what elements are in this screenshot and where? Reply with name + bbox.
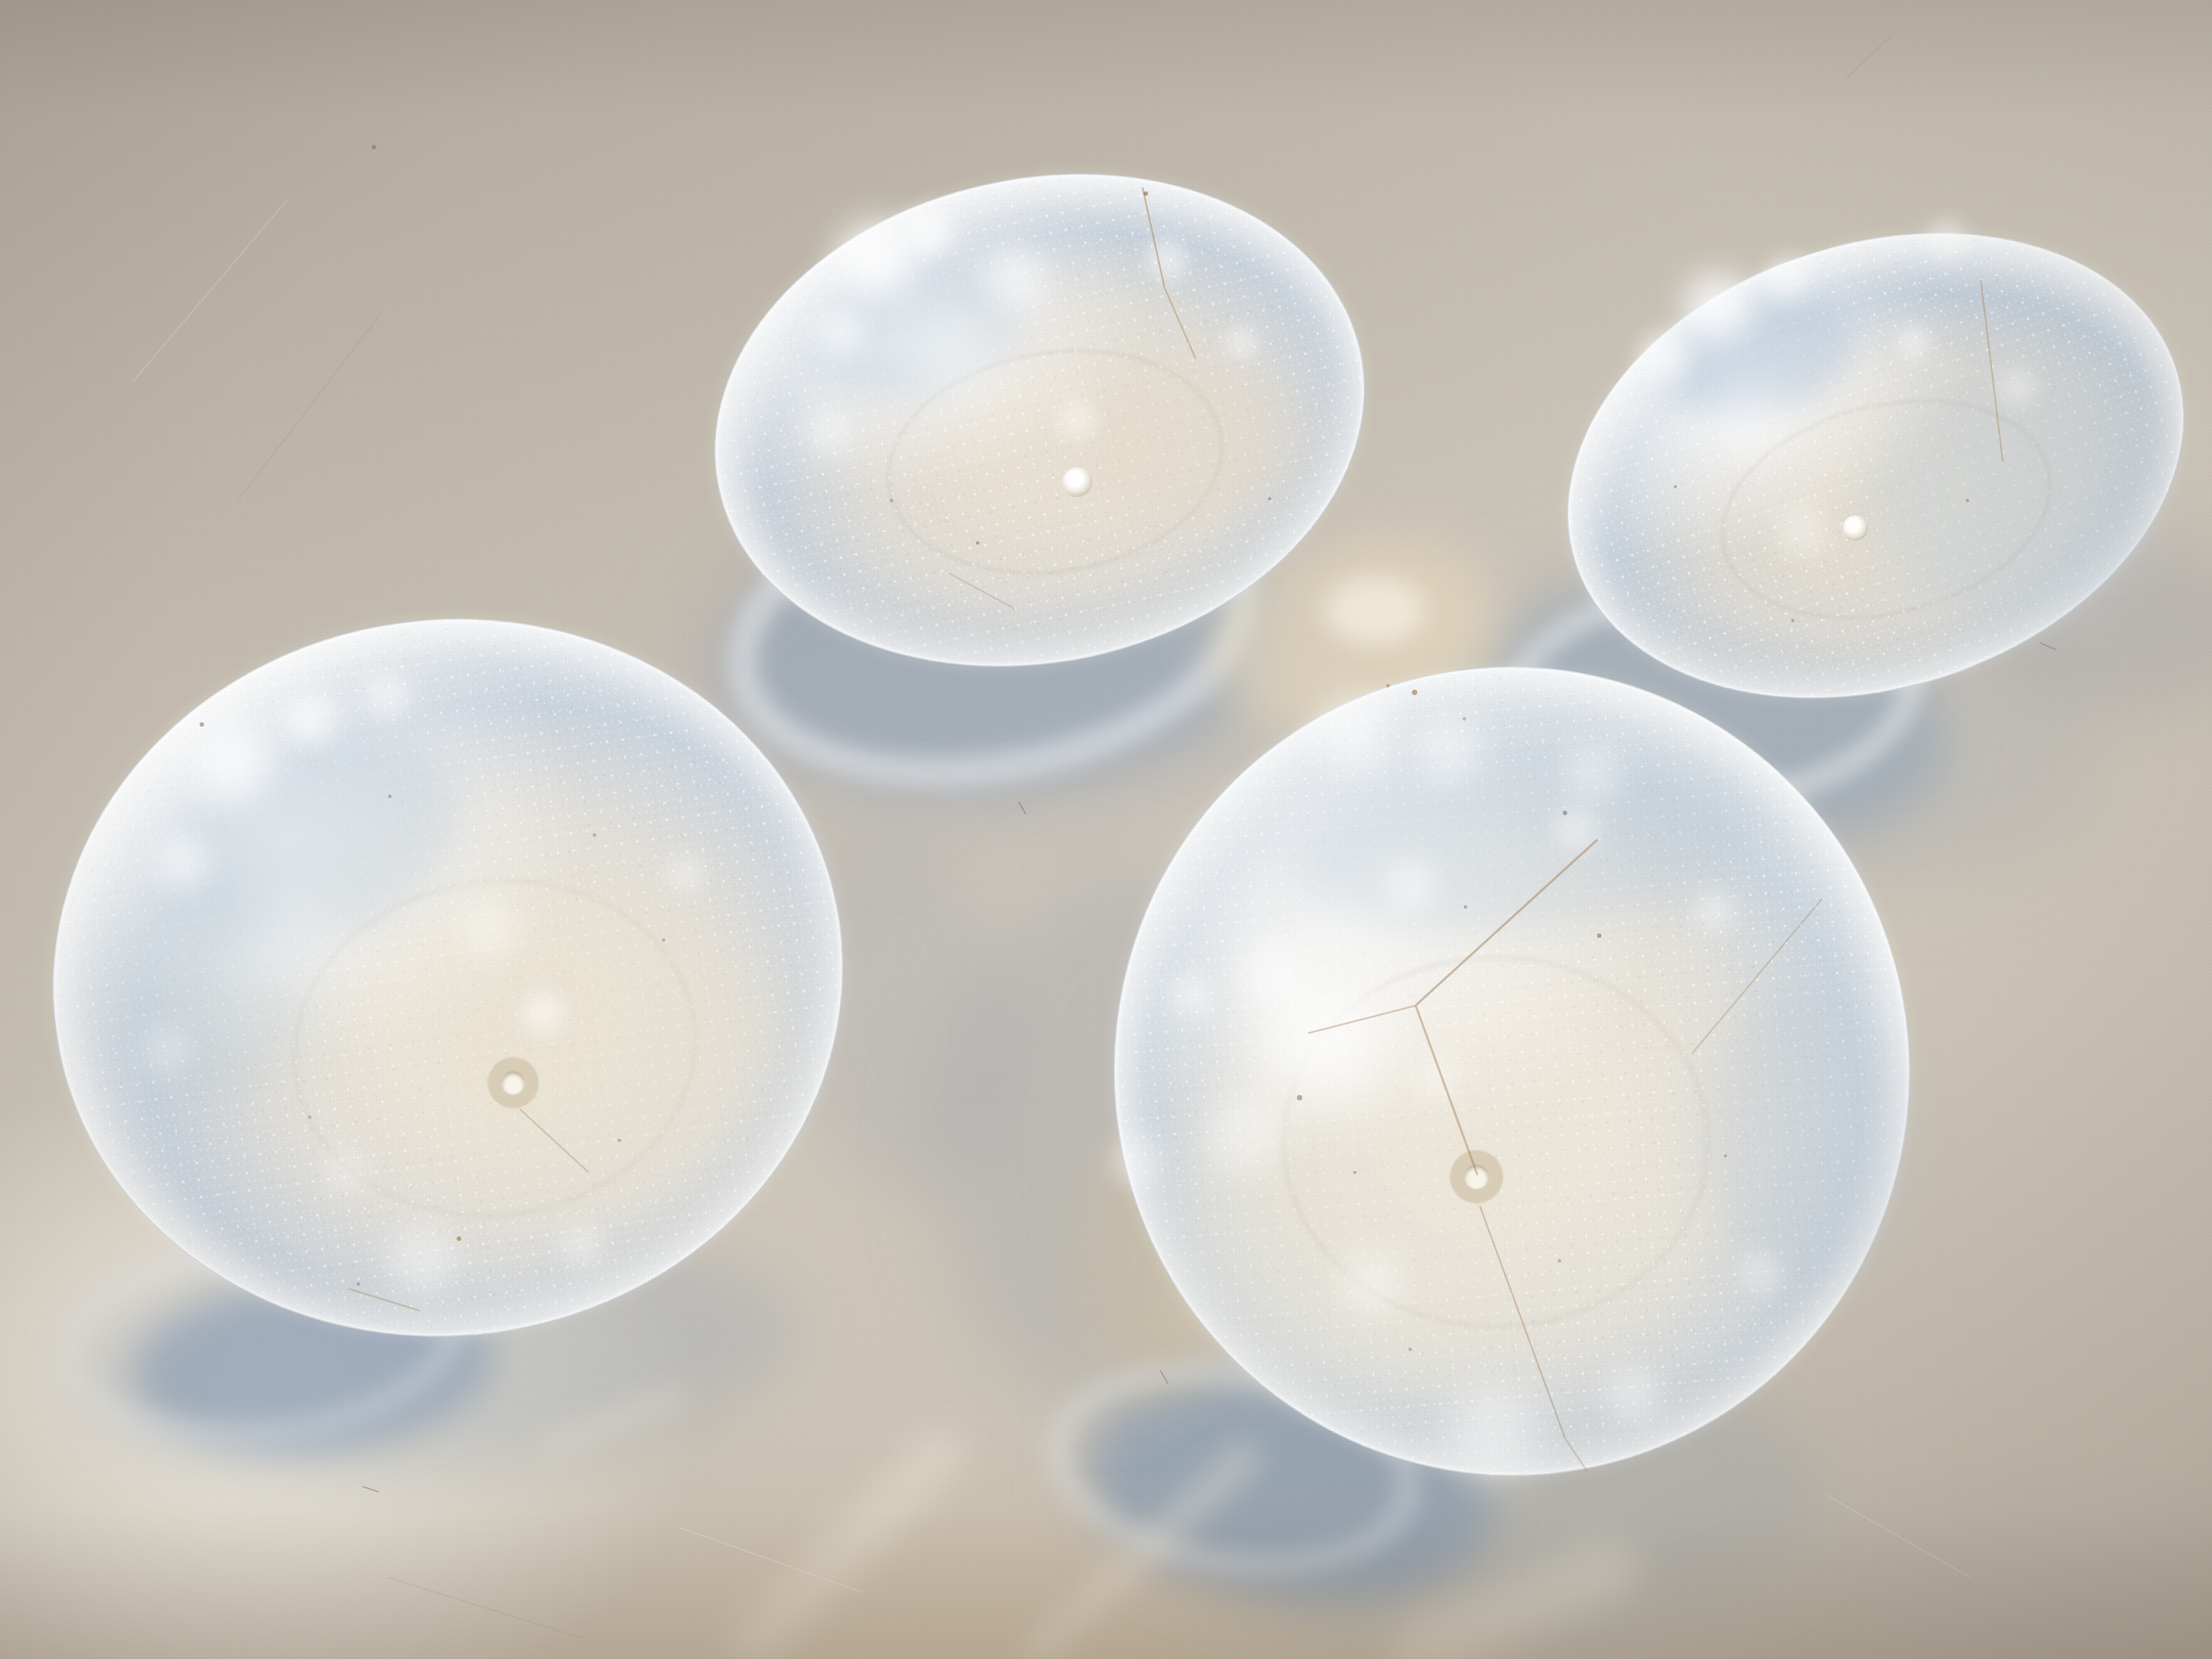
table-mark-1 <box>237 312 382 500</box>
glass-dish-top-center-spark-11 <box>1058 401 1096 439</box>
glass-dish-top-center-speck-18 <box>1268 497 1271 500</box>
glass-dish-bottom-right-hole-20 <box>1450 1150 1503 1203</box>
table-mark-6 <box>1825 1494 1970 1578</box>
glass-dish-top-center-speck-16 <box>1144 191 1148 196</box>
glass-dish-top-center-spark-8 <box>910 310 998 398</box>
glass-dish-top-right-speck-13 <box>1966 499 1969 502</box>
table-mark-12 <box>362 1486 379 1493</box>
glass-dish-top-center-dimple-12 <box>1062 467 1092 497</box>
glass-dish-top-center-speck-17 <box>976 541 979 545</box>
glass-dish-bottom-right-spark-7 <box>1385 859 1436 910</box>
glass-dish-top-right-spark-6 <box>1927 219 1966 259</box>
glass-dish-bottom-right-hole-20-inner <box>1464 1165 1489 1189</box>
glass-dish-bottom-left-spark-5 <box>284 693 335 744</box>
glass-dish-top-right-spark-8 <box>1997 367 2037 407</box>
glass-dish-bottom-left-spark-13 <box>523 993 563 1033</box>
glass-dish-bottom-left-speck-21 <box>593 833 596 837</box>
table-mark-14 <box>372 145 376 149</box>
table-light-glow-1 <box>1324 578 1424 644</box>
glass-dish-bottom-right-spark-10 <box>1338 1250 1405 1316</box>
glass-dish-top-right-speck-15 <box>1674 485 1677 488</box>
glass-dish-top-center-spark-4 <box>906 209 952 255</box>
glass-dish-bottom-right-spark-19 <box>1562 741 1623 802</box>
photograph-canvas <box>0 0 2212 1659</box>
glass-dish-bottom-left-hole-16 <box>488 1057 539 1108</box>
glass-dish-bottom-left-spark-9 <box>140 1025 191 1076</box>
glass-dish-top-center-spark-5 <box>815 306 866 357</box>
glass-dish-bottom-right-spark-11 <box>1448 1388 1538 1479</box>
glass-dish-bottom-right-speck-35 <box>1724 1154 1727 1157</box>
glass-dish-bottom-right-speck-28 <box>1386 684 1390 687</box>
glass-dish-bottom-right-spark-12 <box>1605 1367 1660 1422</box>
glass-dish-bottom-right-speck-30 <box>1563 811 1567 815</box>
glass-dish-bottom-right-spark-5 <box>1239 940 1305 1006</box>
glass-dish-bottom-right-speck-36 <box>1297 1095 1302 1100</box>
table-light-streak-0 <box>721 1420 974 1659</box>
glass-dish-bottom-left-spark-12 <box>460 901 518 959</box>
glass-dish-bottom-right-spark-6 <box>1206 1095 1283 1172</box>
glass-dish-bottom-left-spark-8 <box>237 889 338 991</box>
glass-dish-top-center-spark-7 <box>1147 240 1187 280</box>
glass-dish-bottom-right-spark-13 <box>1738 1251 1782 1295</box>
glass-dish-top-right-spark-3 <box>1683 273 1751 341</box>
glass-dish-top-center-spark-3 <box>838 221 915 299</box>
glass-dish-bottom-left-spark-7 <box>365 674 409 718</box>
glass-dish-bottom-right-speck-31 <box>1464 905 1467 909</box>
glass-dish-bottom-right-ellipse-1 <box>1703 982 1908 1297</box>
glass-dish-bottom-left-speck-20 <box>388 795 392 798</box>
table-mark-5 <box>387 1577 582 1639</box>
glass-dish-bottom-left-speck-26 <box>308 1115 311 1119</box>
glass-dish-top-right-spark-7 <box>1714 383 1792 460</box>
glass-dish-bottom-left-speck-22 <box>662 938 665 942</box>
table-mark-0 <box>132 199 288 382</box>
glass-dish-bottom-right-spark-14 <box>1109 1136 1160 1187</box>
glass-dish-bottom-right-speck-34 <box>1558 1259 1561 1262</box>
glass-dish-top-right-spark-4 <box>1639 331 1690 382</box>
glass-dish-bottom-right-spark-17 <box>1316 697 1394 774</box>
table-mark-2 <box>1845 33 1894 79</box>
glass-dish-top-center-spark-10 <box>1225 326 1258 359</box>
glass-dish-bottom-right-spark-18 <box>1416 716 1482 782</box>
glass-dish-bottom-left-speck-23 <box>457 1237 461 1241</box>
glass-dish-bottom-right-spark-15 <box>1168 973 1212 1018</box>
glass-dish-bottom-right-speck-33 <box>1408 1348 1412 1351</box>
glass-dish-bottom-left-spark-14 <box>322 1150 366 1194</box>
glass-dish-bottom-left-speck-24 <box>357 1282 360 1286</box>
glass-dish-bottom-left-spark-4 <box>192 723 272 803</box>
glass-dish-bottom-left-spark-10 <box>388 1229 455 1295</box>
glass-dish-top-right-speck-14 <box>1791 619 1794 622</box>
glass-dish-top-right-spark-5 <box>1764 257 1808 301</box>
glass-dish-top-center-spark-6 <box>984 249 1045 310</box>
glass-dish-top-center-spark-9 <box>807 409 852 453</box>
glass-dish-top-center-speck-19 <box>890 499 893 502</box>
glass-dish-bottom-left-spark-15 <box>666 854 705 893</box>
glass-dish-bottom-left-spark-11 <box>560 1223 604 1267</box>
glass-dish-bottom-right-speck-32 <box>1597 933 1601 938</box>
glass-dish-bottom-right-speck-27 <box>1412 690 1417 695</box>
glass-dish-bottom-left-speck-25 <box>618 1139 621 1142</box>
glass-dish-bottom-left-spark-6 <box>155 835 210 890</box>
glass-dish-bottom-right-speck-29 <box>1463 717 1466 721</box>
glass-dish-bottom-right-speck-37 <box>1353 1171 1357 1174</box>
glass-dish-bottom-right-spark-9 <box>1694 893 1734 932</box>
glass-dish-top-right-spark-9 <box>1778 507 1829 557</box>
glass-dish-bottom-left-speck-19 <box>200 722 204 727</box>
glass-dish-top-right-spark-10 <box>1897 326 1930 359</box>
glass-dish-top-right-dimple-11 <box>1843 515 1868 541</box>
glass-dish-bottom-left-hole-16-inner <box>502 1071 525 1094</box>
